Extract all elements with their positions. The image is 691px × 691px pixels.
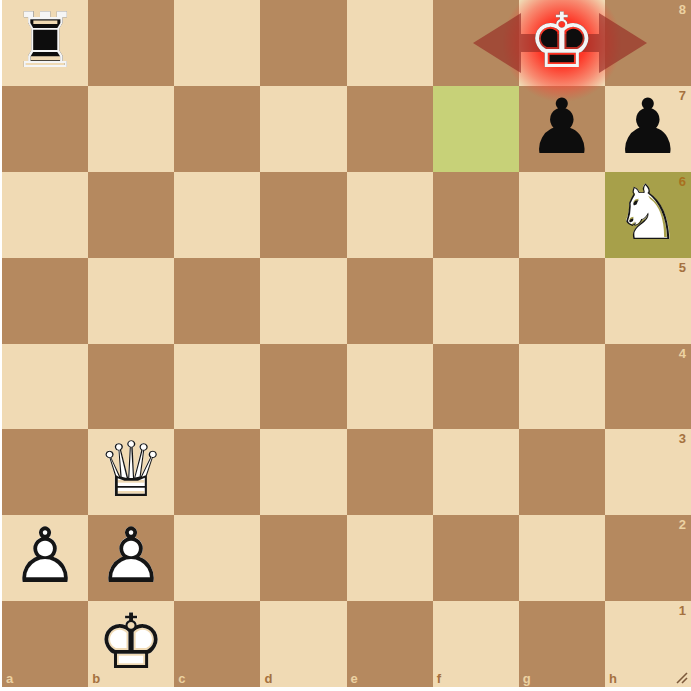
square-h6[interactable]: 6♞♘ bbox=[605, 172, 691, 258]
square-f8[interactable] bbox=[433, 0, 519, 86]
square-g2[interactable] bbox=[519, 515, 605, 601]
square-a4[interactable] bbox=[2, 344, 88, 430]
rank-label-7: 7 bbox=[679, 88, 686, 103]
square-c6[interactable] bbox=[174, 172, 260, 258]
square-c4[interactable] bbox=[174, 344, 260, 430]
rank-label-3: 3 bbox=[679, 431, 686, 446]
square-d5[interactable] bbox=[260, 258, 346, 344]
file-label-f: f bbox=[437, 671, 441, 686]
rank-label-2: 2 bbox=[679, 517, 686, 532]
square-c1[interactable]: c bbox=[174, 601, 260, 687]
square-d3[interactable] bbox=[260, 429, 346, 515]
square-h4[interactable]: 4 bbox=[605, 344, 691, 430]
square-a2[interactable]: ♟♙ bbox=[2, 515, 88, 601]
chess-board: ♜♖♚♔8♟7♟6♞♘54♛♕3♟♙♟♙2ab♚♔cdefg1h bbox=[2, 0, 691, 687]
square-f6[interactable] bbox=[433, 172, 519, 258]
square-b2[interactable]: ♟♙ bbox=[88, 515, 174, 601]
file-label-a: a bbox=[6, 671, 13, 686]
file-label-d: d bbox=[264, 671, 272, 686]
square-e7[interactable] bbox=[347, 86, 433, 172]
piece-fill: ♚ bbox=[528, 3, 596, 79]
file-label-e: e bbox=[351, 671, 358, 686]
square-f4[interactable] bbox=[433, 344, 519, 430]
square-c5[interactable] bbox=[174, 258, 260, 344]
square-g3[interactable] bbox=[519, 429, 605, 515]
square-f5[interactable] bbox=[433, 258, 519, 344]
piece-detail: ♖ bbox=[11, 3, 79, 79]
piece-fill: ♟ bbox=[528, 89, 596, 165]
square-d7[interactable] bbox=[260, 86, 346, 172]
square-a1[interactable]: a bbox=[2, 601, 88, 687]
square-g4[interactable] bbox=[519, 344, 605, 430]
square-h3[interactable]: 3 bbox=[605, 429, 691, 515]
square-e1[interactable]: e bbox=[347, 601, 433, 687]
square-b4[interactable] bbox=[88, 344, 174, 430]
black-pawn-icon[interactable]: ♟ bbox=[519, 86, 605, 172]
square-e2[interactable] bbox=[347, 515, 433, 601]
square-b8[interactable] bbox=[88, 0, 174, 86]
square-a8[interactable]: ♜♖ bbox=[2, 0, 88, 86]
square-f2[interactable] bbox=[433, 515, 519, 601]
square-b6[interactable] bbox=[88, 172, 174, 258]
square-b3[interactable]: ♛♕ bbox=[88, 429, 174, 515]
square-a7[interactable] bbox=[2, 86, 88, 172]
rank-label-8: 8 bbox=[679, 2, 686, 17]
piece-fill: ♜ bbox=[11, 3, 79, 79]
square-b5[interactable] bbox=[88, 258, 174, 344]
square-g6[interactable] bbox=[519, 172, 605, 258]
rank-label-6: 6 bbox=[679, 174, 686, 189]
piece-fill: ♚ bbox=[97, 604, 165, 680]
white-king-icon[interactable]: ♚♔ bbox=[88, 601, 174, 687]
square-c3[interactable] bbox=[174, 429, 260, 515]
square-f1[interactable]: f bbox=[433, 601, 519, 687]
square-b1[interactable]: b♚♔ bbox=[88, 601, 174, 687]
piece-fill: ♞ bbox=[614, 174, 682, 250]
square-c2[interactable] bbox=[174, 515, 260, 601]
square-f3[interactable] bbox=[433, 429, 519, 515]
white-pawn-icon[interactable]: ♟♙ bbox=[2, 515, 88, 601]
black-king-icon[interactable]: ♚♔ bbox=[519, 0, 605, 86]
rank-label-4: 4 bbox=[679, 346, 686, 361]
square-h2[interactable]: 2 bbox=[605, 515, 691, 601]
file-label-g: g bbox=[523, 671, 531, 686]
piece-outline: ♘ bbox=[614, 174, 682, 250]
piece-fill: ♟ bbox=[11, 518, 79, 594]
square-h7[interactable]: 7♟ bbox=[605, 86, 691, 172]
rank-label-1: 1 bbox=[679, 603, 686, 618]
white-pawn-icon[interactable]: ♟♙ bbox=[88, 515, 174, 601]
square-c8[interactable] bbox=[174, 0, 260, 86]
rank-label-5: 5 bbox=[679, 260, 686, 275]
square-e5[interactable] bbox=[347, 258, 433, 344]
square-f7[interactable] bbox=[433, 86, 519, 172]
piece-fill: ♛ bbox=[97, 432, 165, 508]
square-g5[interactable] bbox=[519, 258, 605, 344]
square-g7[interactable]: ♟ bbox=[519, 86, 605, 172]
square-d1[interactable]: d bbox=[260, 601, 346, 687]
piece-fill: ♟ bbox=[97, 518, 165, 594]
file-label-c: c bbox=[178, 671, 185, 686]
square-d8[interactable] bbox=[260, 0, 346, 86]
square-h8[interactable]: 8 bbox=[605, 0, 691, 86]
file-label-h: h bbox=[609, 671, 617, 686]
piece-detail: ♔ bbox=[528, 3, 596, 79]
square-a3[interactable] bbox=[2, 429, 88, 515]
square-e6[interactable] bbox=[347, 172, 433, 258]
piece-outline: ♕ bbox=[97, 432, 165, 508]
white-queen-icon[interactable]: ♛♕ bbox=[88, 429, 174, 515]
square-h5[interactable]: 5 bbox=[605, 258, 691, 344]
black-rook-icon[interactable]: ♜♖ bbox=[2, 0, 88, 86]
square-d2[interactable] bbox=[260, 515, 346, 601]
square-d6[interactable] bbox=[260, 172, 346, 258]
square-g1[interactable]: g bbox=[519, 601, 605, 687]
board-resize-handle[interactable] bbox=[675, 671, 688, 684]
square-a5[interactable] bbox=[2, 258, 88, 344]
piece-outline: ♙ bbox=[97, 518, 165, 594]
file-label-b: b bbox=[92, 671, 100, 686]
square-d4[interactable] bbox=[260, 344, 346, 430]
square-g8[interactable]: ♚♔ bbox=[519, 0, 605, 86]
square-b7[interactable] bbox=[88, 86, 174, 172]
piece-fill: ♟ bbox=[614, 89, 682, 165]
piece-outline: ♔ bbox=[97, 604, 165, 680]
piece-outline: ♙ bbox=[11, 518, 79, 594]
square-e3[interactable] bbox=[347, 429, 433, 515]
square-e8[interactable] bbox=[347, 0, 433, 86]
square-c7[interactable] bbox=[174, 86, 260, 172]
square-e4[interactable] bbox=[347, 344, 433, 430]
square-a6[interactable] bbox=[2, 172, 88, 258]
